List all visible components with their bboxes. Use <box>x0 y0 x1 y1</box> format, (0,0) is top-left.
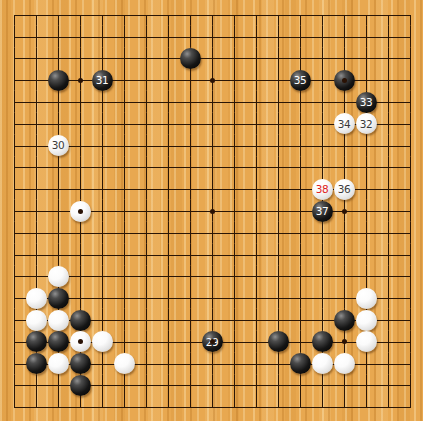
intersection[interactable] <box>355 48 377 70</box>
intersection[interactable] <box>201 91 223 113</box>
intersection[interactable] <box>157 309 179 331</box>
intersection[interactable] <box>3 309 25 331</box>
intersection[interactable] <box>47 91 69 113</box>
intersection[interactable] <box>267 331 289 353</box>
intersection[interactable] <box>223 396 245 418</box>
intersection[interactable] <box>223 266 245 288</box>
intersection[interactable] <box>377 4 399 26</box>
intersection[interactable] <box>113 69 135 91</box>
intersection[interactable] <box>311 331 333 353</box>
intersection[interactable]: 31 <box>91 69 113 91</box>
intersection[interactable] <box>25 157 47 179</box>
intersection[interactable] <box>3 48 25 70</box>
intersection[interactable] <box>355 4 377 26</box>
intersection[interactable] <box>399 26 421 48</box>
intersection[interactable] <box>333 222 355 244</box>
intersection[interactable] <box>3 178 25 200</box>
intersection[interactable] <box>91 4 113 26</box>
intersection[interactable] <box>113 287 135 309</box>
intersection[interactable] <box>289 135 311 157</box>
intersection[interactable] <box>47 113 69 135</box>
intersection[interactable] <box>157 26 179 48</box>
intersection[interactable] <box>47 244 69 266</box>
intersection[interactable] <box>289 396 311 418</box>
intersection[interactable] <box>399 200 421 222</box>
intersection[interactable] <box>113 200 135 222</box>
intersection[interactable] <box>377 266 399 288</box>
intersection[interactable] <box>311 244 333 266</box>
intersection[interactable] <box>179 135 201 157</box>
intersection[interactable] <box>245 396 267 418</box>
intersection[interactable] <box>3 26 25 48</box>
intersection[interactable] <box>245 200 267 222</box>
intersection[interactable] <box>47 331 69 353</box>
intersection[interactable] <box>223 244 245 266</box>
intersection[interactable] <box>69 178 91 200</box>
intersection[interactable] <box>333 287 355 309</box>
intersection[interactable] <box>179 287 201 309</box>
intersection[interactable] <box>289 353 311 375</box>
intersection[interactable] <box>311 48 333 70</box>
intersection[interactable] <box>289 266 311 288</box>
intersection[interactable] <box>223 26 245 48</box>
intersection[interactable] <box>69 266 91 288</box>
intersection[interactable] <box>69 69 91 91</box>
intersection[interactable] <box>245 222 267 244</box>
intersection[interactable] <box>289 375 311 397</box>
intersection[interactable] <box>157 113 179 135</box>
intersection[interactable] <box>25 200 47 222</box>
intersection[interactable] <box>355 375 377 397</box>
intersection[interactable] <box>135 222 157 244</box>
intersection[interactable] <box>157 396 179 418</box>
intersection[interactable] <box>245 244 267 266</box>
intersection[interactable] <box>3 91 25 113</box>
intersection[interactable] <box>201 113 223 135</box>
intersection[interactable] <box>91 375 113 397</box>
intersection[interactable] <box>223 113 245 135</box>
intersection[interactable]: 38 <box>311 178 333 200</box>
intersection[interactable] <box>47 375 69 397</box>
intersection[interactable] <box>113 157 135 179</box>
intersection[interactable] <box>333 200 355 222</box>
intersection[interactable] <box>135 157 157 179</box>
intersection[interactable] <box>333 266 355 288</box>
intersection[interactable] <box>135 266 157 288</box>
intersection[interactable] <box>245 113 267 135</box>
intersection[interactable] <box>69 331 91 353</box>
intersection[interactable] <box>3 244 25 266</box>
intersection[interactable] <box>311 4 333 26</box>
intersection[interactable] <box>91 178 113 200</box>
intersection[interactable] <box>377 26 399 48</box>
intersection[interactable] <box>113 178 135 200</box>
intersection[interactable] <box>223 178 245 200</box>
intersection[interactable] <box>157 266 179 288</box>
intersection[interactable] <box>289 309 311 331</box>
intersection[interactable] <box>135 26 157 48</box>
intersection[interactable] <box>355 69 377 91</box>
intersection[interactable] <box>289 178 311 200</box>
intersection[interactable] <box>135 91 157 113</box>
intersection[interactable] <box>91 91 113 113</box>
intersection[interactable] <box>201 309 223 331</box>
intersection[interactable] <box>69 353 91 375</box>
intersection[interactable] <box>267 222 289 244</box>
intersection[interactable] <box>201 178 223 200</box>
intersection[interactable] <box>47 266 69 288</box>
intersection[interactable] <box>267 309 289 331</box>
intersection[interactable] <box>267 4 289 26</box>
intersection[interactable] <box>135 331 157 353</box>
intersection[interactable] <box>113 396 135 418</box>
intersection[interactable] <box>399 309 421 331</box>
intersection[interactable] <box>135 113 157 135</box>
intersection[interactable]: 32 <box>355 113 377 135</box>
intersection[interactable] <box>245 135 267 157</box>
intersection[interactable] <box>311 113 333 135</box>
intersection[interactable] <box>377 375 399 397</box>
intersection[interactable] <box>179 396 201 418</box>
intersection[interactable] <box>135 4 157 26</box>
intersection[interactable] <box>245 4 267 26</box>
intersection[interactable] <box>245 26 267 48</box>
intersection[interactable] <box>201 375 223 397</box>
intersection[interactable] <box>399 396 421 418</box>
intersection[interactable] <box>113 266 135 288</box>
intersection[interactable] <box>355 353 377 375</box>
intersection[interactable] <box>91 222 113 244</box>
intersection[interactable] <box>311 69 333 91</box>
intersection[interactable] <box>113 26 135 48</box>
intersection[interactable] <box>157 222 179 244</box>
intersection[interactable] <box>179 157 201 179</box>
intersection[interactable] <box>179 375 201 397</box>
intersection[interactable] <box>355 178 377 200</box>
intersection[interactable] <box>47 200 69 222</box>
intersection[interactable] <box>201 266 223 288</box>
intersection[interactable] <box>399 69 421 91</box>
intersection[interactable] <box>311 26 333 48</box>
intersection[interactable] <box>399 375 421 397</box>
intersection[interactable] <box>157 178 179 200</box>
intersection[interactable] <box>201 4 223 26</box>
intersection[interactable] <box>3 135 25 157</box>
intersection[interactable] <box>377 244 399 266</box>
intersection[interactable] <box>201 26 223 48</box>
intersection[interactable] <box>47 178 69 200</box>
intersection[interactable] <box>157 69 179 91</box>
intersection[interactable] <box>179 69 201 91</box>
intersection[interactable] <box>135 178 157 200</box>
intersection[interactable] <box>399 135 421 157</box>
intersection[interactable] <box>157 157 179 179</box>
intersection[interactable] <box>113 331 135 353</box>
intersection[interactable] <box>47 48 69 70</box>
intersection[interactable] <box>179 244 201 266</box>
intersection[interactable] <box>399 91 421 113</box>
intersection[interactable] <box>223 222 245 244</box>
intersection[interactable] <box>399 331 421 353</box>
intersection[interactable] <box>113 375 135 397</box>
intersection[interactable] <box>377 287 399 309</box>
intersection[interactable] <box>25 178 47 200</box>
intersection[interactable] <box>135 48 157 70</box>
intersection[interactable] <box>25 222 47 244</box>
intersection[interactable] <box>91 309 113 331</box>
intersection[interactable] <box>201 200 223 222</box>
intersection[interactable] <box>267 91 289 113</box>
intersection[interactable] <box>25 48 47 70</box>
intersection[interactable] <box>377 135 399 157</box>
intersection[interactable] <box>91 396 113 418</box>
intersection[interactable] <box>311 375 333 397</box>
intersection[interactable] <box>333 331 355 353</box>
intersection[interactable] <box>157 331 179 353</box>
intersection[interactable] <box>135 353 157 375</box>
intersection[interactable] <box>355 287 377 309</box>
intersection[interactable] <box>267 396 289 418</box>
intersection[interactable] <box>267 178 289 200</box>
intersection[interactable] <box>47 396 69 418</box>
intersection[interactable] <box>201 244 223 266</box>
intersection[interactable] <box>201 287 223 309</box>
intersection[interactable] <box>267 375 289 397</box>
intersection[interactable] <box>25 266 47 288</box>
intersection[interactable] <box>377 91 399 113</box>
intersection[interactable] <box>179 178 201 200</box>
intersection[interactable] <box>113 4 135 26</box>
intersection[interactable] <box>377 113 399 135</box>
intersection[interactable] <box>311 222 333 244</box>
intersection[interactable] <box>245 178 267 200</box>
intersection[interactable] <box>377 178 399 200</box>
intersection[interactable] <box>25 69 47 91</box>
intersection[interactable] <box>333 396 355 418</box>
intersection[interactable] <box>91 48 113 70</box>
intersection[interactable] <box>333 91 355 113</box>
intersection[interactable] <box>289 222 311 244</box>
intersection[interactable] <box>201 157 223 179</box>
intersection[interactable] <box>355 200 377 222</box>
intersection[interactable] <box>47 157 69 179</box>
intersection[interactable] <box>223 353 245 375</box>
intersection[interactable] <box>201 135 223 157</box>
intersection[interactable]: 36 <box>333 178 355 200</box>
intersection[interactable] <box>223 309 245 331</box>
intersection[interactable] <box>311 353 333 375</box>
intersection[interactable] <box>91 244 113 266</box>
intersection[interactable] <box>223 69 245 91</box>
intersection[interactable] <box>377 396 399 418</box>
intersection[interactable] <box>25 353 47 375</box>
intersection[interactable] <box>47 353 69 375</box>
intersection[interactable] <box>179 113 201 135</box>
intersection[interactable] <box>69 91 91 113</box>
intersection[interactable] <box>3 353 25 375</box>
intersection[interactable] <box>25 287 47 309</box>
intersection[interactable] <box>333 4 355 26</box>
intersection[interactable] <box>135 375 157 397</box>
intersection[interactable] <box>3 266 25 288</box>
intersection[interactable] <box>179 200 201 222</box>
intersection[interactable] <box>289 287 311 309</box>
intersection[interactable] <box>201 353 223 375</box>
intersection[interactable] <box>201 48 223 70</box>
intersection[interactable] <box>47 26 69 48</box>
intersection[interactable] <box>135 287 157 309</box>
intersection[interactable] <box>289 48 311 70</box>
intersection[interactable] <box>289 113 311 135</box>
intersection[interactable] <box>333 26 355 48</box>
intersection[interactable] <box>135 309 157 331</box>
intersection[interactable] <box>399 178 421 200</box>
intersection[interactable] <box>289 91 311 113</box>
intersection[interactable] <box>399 157 421 179</box>
intersection[interactable] <box>267 26 289 48</box>
intersection[interactable]: 30 <box>47 135 69 157</box>
intersection[interactable] <box>201 396 223 418</box>
intersection[interactable] <box>267 266 289 288</box>
intersection[interactable]: 33 <box>355 91 377 113</box>
intersection[interactable] <box>25 113 47 135</box>
intersection[interactable] <box>355 26 377 48</box>
intersection[interactable] <box>25 135 47 157</box>
intersection[interactable] <box>69 113 91 135</box>
intersection[interactable] <box>333 69 355 91</box>
intersection[interactable] <box>69 157 91 179</box>
intersection[interactable] <box>355 309 377 331</box>
intersection[interactable] <box>333 375 355 397</box>
intersection[interactable] <box>91 26 113 48</box>
intersection[interactable] <box>113 135 135 157</box>
intersection[interactable] <box>333 48 355 70</box>
intersection[interactable] <box>311 287 333 309</box>
intersection[interactable] <box>289 26 311 48</box>
intersection[interactable] <box>245 375 267 397</box>
intersection[interactable] <box>157 244 179 266</box>
intersection[interactable] <box>223 91 245 113</box>
intersection[interactable] <box>113 91 135 113</box>
intersection[interactable] <box>91 157 113 179</box>
intersection[interactable] <box>355 244 377 266</box>
intersection[interactable] <box>69 375 91 397</box>
intersection[interactable] <box>267 69 289 91</box>
intersection[interactable] <box>47 222 69 244</box>
intersection[interactable] <box>135 244 157 266</box>
intersection[interactable] <box>355 135 377 157</box>
intersection[interactable] <box>399 287 421 309</box>
intersection[interactable] <box>399 48 421 70</box>
intersection[interactable] <box>25 244 47 266</box>
intersection[interactable] <box>179 48 201 70</box>
intersection[interactable] <box>47 4 69 26</box>
intersection[interactable] <box>135 396 157 418</box>
intersection[interactable] <box>245 266 267 288</box>
intersection[interactable] <box>311 91 333 113</box>
intersection[interactable] <box>25 91 47 113</box>
intersection[interactable] <box>179 266 201 288</box>
intersection[interactable] <box>69 287 91 309</box>
intersection[interactable] <box>113 309 135 331</box>
intersection[interactable] <box>25 309 47 331</box>
intersection[interactable] <box>69 309 91 331</box>
intersection[interactable] <box>69 244 91 266</box>
intersection[interactable] <box>91 113 113 135</box>
intersection[interactable] <box>157 375 179 397</box>
intersection[interactable] <box>91 200 113 222</box>
intersection[interactable] <box>179 4 201 26</box>
intersection[interactable] <box>267 200 289 222</box>
intersection[interactable] <box>135 200 157 222</box>
intersection[interactable] <box>377 69 399 91</box>
intersection[interactable] <box>69 200 91 222</box>
intersection[interactable] <box>135 69 157 91</box>
intersection[interactable] <box>377 222 399 244</box>
intersection[interactable] <box>223 287 245 309</box>
intersection[interactable] <box>69 396 91 418</box>
intersection[interactable] <box>245 287 267 309</box>
intersection[interactable] <box>69 135 91 157</box>
intersection[interactable] <box>3 375 25 397</box>
intersection[interactable] <box>179 91 201 113</box>
intersection[interactable] <box>3 157 25 179</box>
intersection[interactable] <box>267 48 289 70</box>
intersection[interactable] <box>311 266 333 288</box>
intersection[interactable] <box>333 353 355 375</box>
intersection[interactable]: 34 <box>333 113 355 135</box>
intersection[interactable] <box>355 266 377 288</box>
intersection[interactable] <box>223 135 245 157</box>
intersection[interactable] <box>179 353 201 375</box>
intersection[interactable] <box>377 309 399 331</box>
intersection[interactable] <box>113 48 135 70</box>
intersection[interactable] <box>333 244 355 266</box>
intersection[interactable] <box>69 222 91 244</box>
intersection[interactable] <box>113 244 135 266</box>
intersection[interactable] <box>289 331 311 353</box>
intersection[interactable] <box>267 157 289 179</box>
intersection[interactable] <box>333 309 355 331</box>
intersection[interactable] <box>399 113 421 135</box>
intersection[interactable] <box>223 331 245 353</box>
intersection[interactable] <box>377 157 399 179</box>
intersection[interactable] <box>179 222 201 244</box>
intersection[interactable] <box>267 353 289 375</box>
intersection[interactable] <box>157 135 179 157</box>
intersection[interactable] <box>289 157 311 179</box>
intersection[interactable] <box>377 200 399 222</box>
intersection[interactable] <box>157 4 179 26</box>
intersection[interactable] <box>333 157 355 179</box>
intersection[interactable] <box>245 353 267 375</box>
intersection[interactable] <box>245 331 267 353</box>
intersection[interactable] <box>311 135 333 157</box>
intersection[interactable] <box>245 91 267 113</box>
intersection[interactable] <box>91 266 113 288</box>
intersection[interactable] <box>135 135 157 157</box>
intersection[interactable] <box>289 244 311 266</box>
intersection[interactable] <box>69 4 91 26</box>
intersection[interactable] <box>223 375 245 397</box>
intersection[interactable] <box>157 91 179 113</box>
intersection[interactable] <box>69 48 91 70</box>
intersection[interactable] <box>289 4 311 26</box>
intersection[interactable] <box>355 157 377 179</box>
intersection[interactable] <box>25 396 47 418</box>
intersection[interactable] <box>157 353 179 375</box>
intersection[interactable] <box>355 331 377 353</box>
